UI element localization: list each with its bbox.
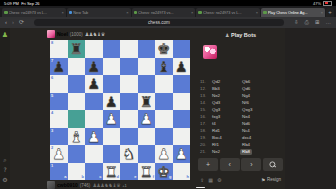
square-b3[interactable]: ♝: [68, 128, 86, 146]
black-move[interactable]: Rb4: [240, 142, 270, 148]
move-number: 15.: [200, 107, 210, 112]
square-g6[interactable]: [155, 75, 173, 93]
reload-button[interactable]: ⟳: [19, 17, 24, 28]
tab-title: Chess: rw24973 vs...: [138, 11, 190, 15]
white-move[interactable]: Qd3: [210, 100, 240, 106]
opponent-rating: (1000): [70, 32, 83, 37]
file-label: b: [82, 175, 84, 179]
square-c6[interactable]: ♟: [85, 75, 103, 93]
move-list: 11.Qd2Qb612.Bb3Qd613.Ne2Ng414.Qd3Nf615.Q…: [200, 78, 281, 155]
square-e3[interactable]: [120, 128, 138, 146]
square-a7[interactable]: 7♟: [50, 58, 68, 76]
address-bar: ‹ › ⟳ chess.com ⇩⎙⊞…: [0, 17, 336, 28]
square-c7[interactable]: ♟: [85, 58, 103, 76]
white-K-piece-g1[interactable]: ♚: [155, 163, 173, 181]
file-label: c: [99, 175, 101, 179]
panel-footer: ⇪ ▦ ⚙ ⚑ Resign: [200, 175, 281, 184]
move-row: 15.Qg3Qxg3: [200, 106, 281, 113]
move-number: 16.: [200, 114, 210, 119]
white-P-piece-a2[interactable]: ♟: [50, 145, 68, 163]
tab-close-icon[interactable]: ×: [191, 10, 193, 15]
square-g2[interactable]: ♟: [155, 145, 173, 163]
white-move[interactable]: Qg3: [210, 107, 240, 113]
white-move[interactable]: Ne2: [210, 93, 240, 99]
battery-icon: [323, 1, 332, 6]
black-K-piece-g8[interactable]: ♚: [155, 40, 173, 58]
opponent-captured-pieces: ♟♟♞♝♛: [85, 31, 105, 37]
square-b1[interactable]: b: [68, 163, 86, 181]
tab-title: New Tab: [73, 11, 125, 15]
site-sidebar: ♟ ⌕ ? ⚙: [0, 28, 10, 189]
square-h3[interactable]: [173, 128, 191, 146]
new-tab-button[interactable]: +: [326, 8, 334, 17]
square-c5[interactable]: [85, 93, 103, 111]
square-d6[interactable]: [103, 75, 121, 93]
square-f6[interactable]: [138, 75, 156, 93]
tab-title: Play Chess Online Ag...: [268, 11, 320, 15]
white-move[interactable]: Ne2: [210, 149, 240, 155]
search-icon[interactable]: ⌕: [3, 155, 6, 165]
tab-title: Chess: rw24973 vs L...: [9, 11, 61, 15]
square-c2[interactable]: [85, 145, 103, 163]
flag-icon: ⚑: [261, 177, 265, 183]
file-label: h: [187, 175, 189, 179]
square-d7[interactable]: [103, 58, 121, 76]
game-panel: ♟ Play Bots 11.Qd2Qb612.Bb3Qd613.Ne2Ng41…: [196, 28, 285, 189]
black-P-piece-d5[interactable]: ♟: [103, 93, 121, 111]
rank-label: 5: [51, 94, 53, 98]
player-avatar[interactable]: [47, 181, 55, 189]
square-b6[interactable]: [68, 75, 86, 93]
tab-favicon-icon: [69, 11, 73, 15]
square-a5[interactable]: 5: [50, 93, 68, 111]
move-number: 17.: [200, 121, 210, 126]
tab-favicon-icon: [134, 11, 138, 15]
square-e6[interactable]: [120, 75, 138, 93]
opponent-avatar[interactable]: [47, 30, 55, 38]
square-a3[interactable]: 3: [50, 128, 68, 146]
home-indicator: [196, 187, 205, 189]
square-g3[interactable]: [155, 128, 173, 146]
move-number: 13.: [200, 93, 210, 98]
tab-favicon-icon: [4, 11, 8, 15]
square-f1[interactable]: f♜: [138, 163, 156, 181]
black-P-piece-c7[interactable]: ♟: [85, 58, 103, 76]
chrome-icon-3[interactable]: …: [326, 17, 332, 28]
browser-tab[interactable]: Chess: rw24973 vs L...×: [2, 8, 66, 17]
battery-percent: 47%: [313, 1, 321, 6]
white-B-piece-b3[interactable]: ♝: [68, 128, 86, 146]
white-move[interactable]: Rf1: [210, 142, 240, 148]
square-c1[interactable]: c: [85, 163, 103, 181]
resign-button[interactable]: ⚑ Resign: [261, 177, 281, 183]
square-d1[interactable]: d♜: [103, 163, 121, 181]
square-f7[interactable]: [138, 58, 156, 76]
screenshot-root: 5:09 PM Fri Sep 26 47% Chess: rw24973 vs…: [0, 0, 336, 189]
tab-close-icon[interactable]: ×: [256, 10, 258, 15]
square-c4[interactable]: [85, 110, 103, 128]
white-move[interactable]: fxg3: [210, 114, 240, 120]
square-g4[interactable]: [155, 110, 173, 128]
analysis-button[interactable]: [263, 158, 283, 171]
tab-bar: Chess: rw24973 vs L...×New Tab×Chess: rw…: [0, 6, 336, 17]
file-label: a: [64, 175, 66, 179]
white-P-piece-c3[interactable]: ♟: [85, 128, 103, 146]
square-g7[interactable]: ♝: [155, 58, 173, 76]
square-b8[interactable]: ♜: [68, 40, 86, 58]
browser-tab[interactable]: Chess: rw24973 vs...×: [132, 8, 196, 17]
move-nav-buttons: + ‹ ›: [198, 158, 283, 171]
black-R-piece-b8[interactable]: ♜: [68, 40, 86, 58]
share-icon[interactable]: ⇪: [200, 177, 204, 183]
square-f4[interactable]: ♟: [138, 110, 156, 128]
tab-close-icon[interactable]: ×: [126, 10, 128, 15]
browser-tab[interactable]: Chess: rw24973 vs L...×: [196, 8, 260, 17]
square-a6[interactable]: 6: [50, 75, 68, 93]
move-number: 11.: [200, 79, 210, 84]
player-bar: cwb0910 (746) ♟♟♟♞♞♝♛ +1: [47, 180, 190, 189]
chrome-icon-2[interactable]: ⊞: [315, 17, 320, 28]
square-a8[interactable]: 8: [50, 40, 68, 58]
player-rating: (746): [80, 183, 91, 188]
move-number: 19.: [200, 135, 210, 140]
black-move[interactable]: Nd6: [240, 121, 270, 127]
move-number: 21.: [200, 149, 210, 154]
rank-label: 6: [51, 76, 53, 80]
player-captured-pieces: ♟♟♟♞♞♝♛: [92, 182, 120, 188]
rank-label: 8: [51, 41, 53, 45]
opponent-bar: Noel (1000) ♟♟♞♝♛: [47, 29, 190, 39]
square-h5[interactable]: [173, 93, 191, 111]
move-row: 16.fxg3Ne4: [200, 113, 281, 120]
square-d4[interactable]: ♟: [103, 110, 121, 128]
square-f3[interactable]: [138, 128, 156, 146]
bots-icon: ♟: [225, 32, 229, 38]
rank-label: 4: [51, 111, 53, 115]
black-move[interactable]: Qxg3: [240, 107, 270, 113]
player-name[interactable]: cwb0910: [57, 182, 78, 188]
material-advantage: +1: [122, 183, 127, 188]
tab-favicon-icon: [263, 11, 267, 15]
move-row: 13.Ne2Ng4: [200, 92, 281, 99]
opponent-name[interactable]: Noel: [57, 31, 68, 37]
square-d2[interactable]: [103, 145, 121, 163]
square-e5[interactable]: [120, 93, 138, 111]
move-number: 12.: [200, 86, 210, 91]
url-field[interactable]: chess.com: [34, 19, 284, 26]
file-label: e: [134, 175, 136, 179]
black-B-piece-g7[interactable]: ♝: [155, 58, 173, 76]
black-move[interactable]: Nc4: [240, 128, 270, 134]
black-move[interactable]: Qd6: [240, 86, 270, 92]
square-c3[interactable]: ♟: [85, 128, 103, 146]
black-R-piece-f5[interactable]: ♜: [138, 93, 156, 111]
settings-icon[interactable]: ⚙: [2, 175, 7, 185]
back-button[interactable]: ‹: [5, 17, 7, 28]
move-row: 11.Qd2Qb6: [200, 78, 281, 85]
black-move[interactable]: Nf6: [240, 100, 270, 106]
square-b5[interactable]: [68, 93, 86, 111]
tab-title: Chess: rw24973 vs L...: [203, 11, 255, 15]
square-h7[interactable]: ♟: [173, 58, 191, 76]
white-move[interactable]: Bb3: [210, 86, 240, 92]
square-e4[interactable]: [120, 110, 138, 128]
tab-close-icon[interactable]: ×: [321, 10, 323, 15]
square-f8[interactable]: [138, 40, 156, 58]
square-d5[interactable]: ♟: [103, 93, 121, 111]
black-move[interactable]: dxc4: [240, 135, 270, 141]
square-d8[interactable]: [103, 40, 121, 58]
browser-tab-active[interactable]: Play Chess Online Ag...×: [261, 8, 325, 17]
white-N-piece-e2[interactable]: ♞: [120, 145, 138, 163]
square-a4[interactable]: 4: [50, 110, 68, 128]
square-h2[interactable]: ♟: [173, 145, 191, 163]
square-e7[interactable]: [120, 58, 138, 76]
forward-button[interactable]: ›: [12, 17, 14, 28]
white-move[interactable]: Rd1: [210, 128, 240, 134]
square-d3[interactable]: [103, 128, 121, 146]
square-h6[interactable]: [173, 75, 191, 93]
chesscom-logo-icon[interactable]: ♟: [2, 31, 8, 39]
square-b4[interactable]: [68, 110, 86, 128]
white-move[interactable]: Bxc4: [210, 135, 240, 141]
square-e8[interactable]: [120, 40, 138, 58]
black-P-piece-c6[interactable]: ♟: [85, 75, 103, 93]
square-h1[interactable]: h: [173, 163, 191, 181]
move-number: 14.: [200, 100, 210, 105]
tab-close-icon[interactable]: ×: [61, 10, 63, 15]
magnifier-icon: [269, 161, 275, 167]
black-P-piece-a7[interactable]: ♟: [50, 58, 68, 76]
square-a1[interactable]: 1a: [50, 163, 68, 181]
square-c8[interactable]: [85, 40, 103, 58]
move-number: 20.: [200, 142, 210, 147]
square-g5[interactable]: [155, 93, 173, 111]
status-time: 5:09 PM Fri Sep 26: [4, 1, 40, 6]
move-row: 21.Ne2Rb8: [200, 148, 281, 155]
white-P-piece-f4[interactable]: ♟: [138, 110, 156, 128]
chrome-icon-1[interactable]: ⎙: [304, 17, 308, 28]
white-P-piece-d4[interactable]: ♟: [103, 110, 121, 128]
move-row: 12.Bb3Qd6: [200, 85, 281, 92]
white-R-piece-f1[interactable]: ♜: [138, 163, 156, 181]
gear-icon[interactable]: ⚙: [217, 177, 221, 183]
move-row: 19.Bxc4dxc4: [200, 134, 281, 141]
square-h4[interactable]: [173, 110, 191, 128]
move-number: 18.: [200, 128, 210, 133]
square-g1[interactable]: g♚: [155, 163, 173, 181]
chrome-icon-0[interactable]: ⇩: [294, 17, 299, 28]
black-move[interactable]: Ne4: [240, 114, 270, 120]
move-row: 18.Rd1Nc4: [200, 127, 281, 134]
black-P-piece-h7[interactable]: ♟: [173, 58, 191, 76]
rank-label: 3: [51, 129, 53, 133]
panel-header: ♟ Play Bots: [196, 32, 285, 38]
square-b7[interactable]: [68, 58, 86, 76]
black-move[interactable]: Qb6: [240, 79, 270, 85]
square-f5[interactable]: ♜: [138, 93, 156, 111]
tab-favicon-icon: [198, 11, 202, 15]
move-row: 17.f4Nd6: [200, 120, 281, 127]
white-R-piece-d1[interactable]: ♜: [103, 163, 121, 181]
add-button[interactable]: +: [198, 158, 218, 171]
square-f2[interactable]: [138, 145, 156, 163]
move-row: 20.Rf1Rb4: [200, 141, 281, 148]
square-e2[interactable]: ♞: [120, 145, 138, 163]
help-icon[interactable]: ?: [3, 165, 6, 175]
square-h8[interactable]: [173, 40, 191, 58]
prev-move-button[interactable]: ‹: [220, 158, 240, 171]
page-background: [285, 28, 336, 189]
white-move[interactable]: Qd2: [210, 79, 240, 85]
board-icon[interactable]: ▦: [208, 177, 213, 183]
square-b2[interactable]: [68, 145, 86, 163]
next-move-button[interactable]: ›: [241, 158, 261, 171]
white-P-piece-g2[interactable]: ♟: [155, 145, 173, 163]
white-P-piece-h2[interactable]: ♟: [173, 145, 191, 163]
bot-avatar[interactable]: [203, 45, 217, 59]
white-move[interactable]: f4: [210, 121, 240, 127]
chess-board: 8♜♚7♟♟♝♟6♟5♟♜4♟♟3♝♟2♟♞♟♟1abcd♜ef♜g♚h: [50, 40, 190, 180]
square-a2[interactable]: 2♟: [50, 145, 68, 163]
black-move[interactable]: Rb8: [240, 149, 270, 155]
rank-label: 1: [51, 164, 53, 168]
square-g8[interactable]: ♚: [155, 40, 173, 58]
browser-tab[interactable]: New Tab×: [67, 8, 131, 17]
move-row: 14.Qd3Nf6: [200, 99, 281, 106]
black-move[interactable]: Ng4: [240, 93, 270, 99]
square-e1[interactable]: e: [120, 163, 138, 181]
